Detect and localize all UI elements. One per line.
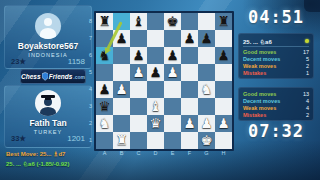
square-g7[interactable]: ♟ [198, 30, 215, 47]
rank-coordinates: 87654321 [87, 13, 92, 149]
square-d5[interactable]: ♟ [147, 64, 164, 81]
white-king[interactable]: ♚ [198, 132, 215, 149]
rank-label: 8 [87, 13, 92, 30]
square-a3[interactable]: ♛ [96, 98, 113, 115]
player-card-black: Boyakstore567 INDONESIA 23★ 1158 [4, 5, 92, 69]
square-e4[interactable] [164, 81, 181, 98]
move-quality-dot [305, 39, 309, 43]
square-c2[interactable] [130, 115, 147, 132]
square-b8[interactable] [113, 13, 130, 30]
avatar [35, 13, 61, 39]
chessfriends-logo: Chess Friends .com [20, 69, 86, 84]
player-name: Fatih Tan [5, 118, 91, 128]
square-a7[interactable] [96, 30, 113, 47]
logo-text-friends: Friends [49, 73, 72, 80]
square-c7[interactable] [130, 30, 147, 47]
square-h3[interactable] [215, 98, 232, 115]
square-f1[interactable] [181, 132, 198, 149]
black-pawn[interactable]: ♟ [113, 30, 130, 47]
logo-text-chess: Chess [21, 73, 41, 80]
file-label: E [164, 150, 181, 156]
black-king[interactable]: ♚ [164, 13, 181, 30]
white-pawn[interactable]: ♟ [198, 115, 215, 132]
square-e7[interactable] [164, 30, 181, 47]
square-g1[interactable]: ♚ [198, 132, 215, 149]
square-c4[interactable] [130, 81, 147, 98]
square-f7[interactable]: ♟ [181, 30, 198, 47]
black-bishop[interactable]: ♝ [130, 13, 147, 30]
stat-row-good: Good moves 13 [243, 90, 309, 97]
rank-label: 6 [87, 47, 92, 64]
square-g6[interactable] [198, 47, 215, 64]
black-rook[interactable]: ♜ [96, 13, 113, 30]
square-c6[interactable]: ♟ [130, 47, 147, 64]
white-knight[interactable]: ♞ [198, 81, 215, 98]
black-pawn[interactable]: ♟ [164, 47, 181, 64]
square-a5[interactable] [96, 64, 113, 81]
square-e8[interactable]: ♚ [164, 13, 181, 30]
stat-row-mistakes: Mistakes 2 [243, 111, 309, 118]
white-rook[interactable]: ♜ [113, 132, 130, 149]
file-label: F [181, 150, 198, 156]
rank-label: 2 [87, 115, 92, 132]
white-pawn[interactable]: ♟ [130, 64, 147, 81]
white-pawn[interactable]: ♟ [181, 115, 198, 132]
stat-row-weak: Weak moves 4 [243, 104, 309, 111]
file-label: A [96, 150, 113, 156]
white-pawn[interactable]: ♟ [215, 115, 232, 132]
square-g8[interactable] [198, 13, 215, 30]
square-e3[interactable] [164, 98, 181, 115]
player-card-white: Fatih Tan TURKEY 33★ 1201 [4, 85, 92, 148]
shield-icon [42, 72, 48, 81]
corner-decoration [304, 0, 320, 12]
black-pawn[interactable]: ♟ [215, 47, 232, 64]
square-c3[interactable] [130, 98, 147, 115]
square-b2[interactable] [113, 115, 130, 132]
black-queen[interactable]: ♛ [96, 98, 113, 115]
last-move-label: 25. ... ♘a6 [243, 38, 272, 45]
file-label: C [130, 150, 147, 156]
square-h8[interactable]: ♜ [215, 13, 232, 30]
white-queen[interactable]: ♛ [147, 115, 164, 132]
stat-row-mistakes: Mistakes 1 [243, 69, 309, 76]
move-stats-panel-black: 25. ... ♘a6 Good moves 17 Decent moves 5… [238, 33, 314, 79]
white-knight[interactable]: ♞ [96, 115, 113, 132]
stat-row-decent: Decent moves 4 [243, 97, 309, 104]
white-pawn[interactable]: ♟ [113, 81, 130, 98]
white-bishop[interactable]: ♝ [147, 98, 164, 115]
square-e6[interactable]: ♟ [164, 47, 181, 64]
file-label: G [198, 150, 215, 156]
square-d4[interactable] [147, 81, 164, 98]
chess-analysis-screen: Boyakstore567 INDONESIA 23★ 1158 Chess F… [0, 0, 320, 180]
square-h5[interactable] [215, 64, 232, 81]
square-f5[interactable] [181, 64, 198, 81]
square-e2[interactable] [164, 115, 181, 132]
square-c8[interactable]: ♝ [130, 13, 147, 30]
rank-label: 5 [87, 64, 92, 81]
black-rook[interactable]: ♜ [215, 13, 232, 30]
square-g5[interactable] [198, 64, 215, 81]
square-d7[interactable] [147, 30, 164, 47]
player-rating: 1201 [67, 134, 85, 143]
square-h6[interactable]: ♟ [215, 47, 232, 64]
last-move-row: 25. ... ♘a6 [243, 36, 309, 47]
file-label: D [147, 150, 164, 156]
black-pawn[interactable]: ♟ [198, 30, 215, 47]
player-rating: 1158 [68, 57, 85, 66]
black-pawn[interactable]: ♟ [181, 30, 198, 47]
logo-text-com: .com [73, 74, 85, 80]
avatar-silhouette [44, 18, 52, 26]
square-g2[interactable]: ♟ [198, 115, 215, 132]
square-a2[interactable]: ♞ [96, 115, 113, 132]
square-e1[interactable] [164, 132, 181, 149]
square-b6[interactable] [113, 47, 130, 64]
star-count: 23★ [11, 57, 26, 66]
rank-label: 1 [87, 132, 92, 149]
rank-label: 7 [87, 30, 92, 47]
square-a4[interactable]: ♟ [96, 81, 113, 98]
square-g4[interactable]: ♞ [198, 81, 215, 98]
graduate-avatar [35, 90, 61, 116]
black-pawn[interactable]: ♟ [147, 64, 164, 81]
square-c1[interactable] [130, 132, 147, 149]
file-label: H [215, 150, 232, 156]
square-b7[interactable]: ♟ [113, 30, 130, 47]
black-knight[interactable]: ♞ [96, 47, 113, 64]
square-f2[interactable]: ♟ [181, 115, 198, 132]
square-f3[interactable] [181, 98, 198, 115]
square-d1[interactable] [147, 132, 164, 149]
square-a8[interactable]: ♜ [96, 13, 113, 30]
played-move-eval-text: 25. ... ♘a6 (-1.85/-0.92) [6, 160, 126, 167]
stat-row-weak: Weak moves 2 [243, 62, 309, 69]
square-h7[interactable] [215, 30, 232, 47]
square-d2[interactable]: ♛ [147, 115, 164, 132]
stat-row-good: Good moves 17 [243, 48, 309, 55]
stat-row-decent: Decent moves 5 [243, 55, 309, 62]
square-f8[interactable] [181, 13, 198, 30]
black-pawn[interactable]: ♟ [130, 47, 147, 64]
square-d6[interactable] [147, 47, 164, 64]
square-a6[interactable]: ♞ [96, 47, 113, 64]
white-pawn[interactable]: ♟ [164, 64, 181, 81]
clock-white: 07:32 [236, 121, 316, 141]
square-b3[interactable] [113, 98, 130, 115]
square-e5[interactable]: ♟ [164, 64, 181, 81]
chess-board: ♜♝♚♜♟♟♟♞♟♟♟♟♟♟♟♟♞♛♝♞♛♟♟♟♜♚ [94, 11, 234, 151]
black-pawn[interactable]: ♟ [96, 81, 113, 98]
square-c5[interactable]: ♟ [130, 64, 147, 81]
clock-black: 04:51 [236, 7, 316, 27]
square-f4[interactable] [181, 81, 198, 98]
square-g3[interactable] [198, 98, 215, 115]
move-stats-panel-white: Good moves 13 Decent moves 4 Weak moves … [238, 87, 314, 121]
player-name: Boyakstore567 [5, 41, 91, 51]
rank-label: 4 [87, 81, 92, 98]
square-b4[interactable]: ♟ [113, 81, 130, 98]
file-coordinates: ABCDEFGH [96, 150, 232, 156]
square-h1[interactable] [215, 132, 232, 149]
square-d8[interactable] [147, 13, 164, 30]
rank-label: 3 [87, 98, 92, 115]
star-count: 33★ [11, 134, 26, 143]
square-f6[interactable] [181, 47, 198, 64]
square-a1[interactable] [96, 132, 113, 149]
square-b1[interactable]: ♜ [113, 132, 130, 149]
square-d3[interactable]: ♝ [147, 98, 164, 115]
square-h4[interactable] [215, 81, 232, 98]
file-label: B [113, 150, 130, 156]
square-h2[interactable]: ♟ [215, 115, 232, 132]
square-b5[interactable] [113, 64, 130, 81]
